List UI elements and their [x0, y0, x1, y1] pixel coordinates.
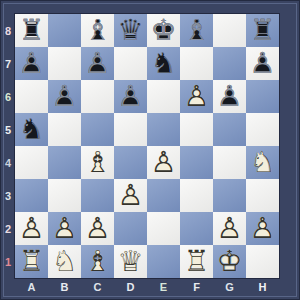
square-g1[interactable]: ♚♔ — [213, 245, 246, 278]
piece-black-rook-h8[interactable]: ♜♖ — [246, 14, 279, 47]
square-e7[interactable]: ♞♘ — [147, 47, 180, 80]
square-e8[interactable]: ♚♔ — [147, 14, 180, 47]
piece-black-bishop-c8[interactable]: ♝♗ — [81, 14, 114, 47]
piece-glyph-line: ♙ — [48, 80, 81, 113]
square-g8[interactable] — [213, 14, 246, 47]
piece-glyph-line: ♖ — [180, 245, 213, 278]
board: ♜♖♝♗♛♕♚♔♝♗♜♖♟♙♟♙♞♘♟♙♟♙♟♙♟♙♟♙♞♘♝♗♟♙♞♘♟♙♟♙… — [15, 14, 279, 278]
square-h3[interactable] — [246, 179, 279, 212]
square-a3[interactable] — [15, 179, 48, 212]
square-b6[interactable]: ♟♙ — [48, 80, 81, 113]
square-c3[interactable] — [81, 179, 114, 212]
file-label-c: C — [81, 279, 114, 296]
rank-label-5: 5 — [1, 113, 15, 146]
piece-black-knight-a5[interactable]: ♞♘ — [15, 113, 48, 146]
rank-labels: 87654321 — [1, 14, 15, 278]
piece-glyph-line: ♘ — [147, 47, 180, 80]
square-h6[interactable] — [246, 80, 279, 113]
piece-glyph-line: ♙ — [147, 146, 180, 179]
file-label-d: D — [114, 279, 147, 296]
chess-board-panel: 87654321 ♜♖♝♗♛♕♚♔♝♗♜♖♟♙♟♙♞♘♟♙♟♙♟♙♟♙♟♙♞♘♝… — [0, 0, 300, 300]
rank-label-8: 8 — [1, 14, 15, 47]
piece-white-pawn-d3[interactable]: ♟♙ — [114, 179, 147, 212]
piece-glyph-line: ♙ — [114, 80, 147, 113]
piece-black-rook-a8[interactable]: ♜♖ — [15, 14, 48, 47]
piece-glyph-line: ♗ — [81, 245, 114, 278]
square-b7[interactable] — [48, 47, 81, 80]
piece-black-pawn-h7[interactable]: ♟♙ — [246, 47, 279, 80]
square-d5[interactable] — [114, 113, 147, 146]
square-c2[interactable]: ♟♙ — [81, 212, 114, 245]
piece-white-king-g1[interactable]: ♚♔ — [213, 245, 246, 278]
square-b8[interactable] — [48, 14, 81, 47]
square-e6[interactable] — [147, 80, 180, 113]
piece-glyph-line: ♙ — [180, 80, 213, 113]
square-b5[interactable] — [48, 113, 81, 146]
piece-glyph-line: ♔ — [147, 14, 180, 47]
square-f1[interactable]: ♜♖ — [180, 245, 213, 278]
piece-white-queen-d1[interactable]: ♛♕ — [114, 245, 147, 278]
file-label-b: B — [48, 279, 81, 296]
square-a7[interactable]: ♟♙ — [15, 47, 48, 80]
piece-white-pawn-f6[interactable]: ♟♙ — [180, 80, 213, 113]
piece-white-knight-h4[interactable]: ♞♘ — [246, 146, 279, 179]
square-c8[interactable]: ♝♗ — [81, 14, 114, 47]
square-h1[interactable] — [246, 245, 279, 278]
rank-label-4: 4 — [1, 146, 15, 179]
square-b4[interactable] — [48, 146, 81, 179]
square-d6[interactable]: ♟♙ — [114, 80, 147, 113]
piece-glyph-line: ♙ — [81, 212, 114, 245]
piece-white-pawn-g2[interactable]: ♟♙ — [213, 212, 246, 245]
square-c6[interactable] — [81, 80, 114, 113]
square-a8[interactable]: ♜♖ — [15, 14, 48, 47]
piece-glyph-line: ♕ — [114, 14, 147, 47]
piece-black-pawn-g6[interactable]: ♟♙ — [213, 80, 246, 113]
square-d2[interactable] — [114, 212, 147, 245]
square-g3[interactable] — [213, 179, 246, 212]
piece-glyph-line: ♖ — [15, 245, 48, 278]
piece-white-pawn-b2[interactable]: ♟♙ — [48, 212, 81, 245]
piece-white-rook-a1[interactable]: ♜♖ — [15, 245, 48, 278]
piece-white-pawn-e4[interactable]: ♟♙ — [147, 146, 180, 179]
square-g2[interactable]: ♟♙ — [213, 212, 246, 245]
piece-glyph-line: ♙ — [114, 179, 147, 212]
square-a1[interactable]: ♜♖ — [15, 245, 48, 278]
square-g5[interactable] — [213, 113, 246, 146]
square-c1[interactable]: ♝♗ — [81, 245, 114, 278]
rank-label-6: 6 — [1, 80, 15, 113]
square-a4[interactable] — [15, 146, 48, 179]
square-g4[interactable] — [213, 146, 246, 179]
square-c4[interactable]: ♝♗ — [81, 146, 114, 179]
piece-glyph-line: ♘ — [15, 113, 48, 146]
square-f2[interactable] — [180, 212, 213, 245]
square-e5[interactable] — [147, 113, 180, 146]
square-b1[interactable]: ♞♘ — [48, 245, 81, 278]
piece-glyph-line: ♙ — [213, 80, 246, 113]
piece-white-rook-f1[interactable]: ♜♖ — [180, 245, 213, 278]
square-b3[interactable] — [48, 179, 81, 212]
piece-black-pawn-c7[interactable]: ♟♙ — [81, 47, 114, 80]
square-h5[interactable] — [246, 113, 279, 146]
piece-glyph-line: ♙ — [213, 212, 246, 245]
piece-glyph-line: ♙ — [15, 47, 48, 80]
square-f8[interactable]: ♝♗ — [180, 14, 213, 47]
square-e2[interactable] — [147, 212, 180, 245]
square-f7[interactable] — [180, 47, 213, 80]
piece-white-knight-b1[interactable]: ♞♘ — [48, 245, 81, 278]
piece-white-pawn-c2[interactable]: ♟♙ — [81, 212, 114, 245]
square-f3[interactable] — [180, 179, 213, 212]
rank-label-3: 3 — [1, 179, 15, 212]
piece-black-bishop-f8[interactable]: ♝♗ — [180, 14, 213, 47]
square-d3[interactable]: ♟♙ — [114, 179, 147, 212]
rank-label-1: 1 — [1, 245, 15, 278]
piece-black-pawn-b6[interactable]: ♟♙ — [48, 80, 81, 113]
square-h8[interactable]: ♜♖ — [246, 14, 279, 47]
square-e1[interactable] — [147, 245, 180, 278]
file-label-f: F — [180, 279, 213, 296]
file-label-e: E — [147, 279, 180, 296]
square-c7[interactable]: ♟♙ — [81, 47, 114, 80]
piece-glyph-line: ♙ — [81, 47, 114, 80]
piece-white-pawn-a2[interactable]: ♟♙ — [15, 212, 48, 245]
piece-glyph-line: ♕ — [114, 245, 147, 278]
square-d7[interactable] — [114, 47, 147, 80]
square-h7[interactable]: ♟♙ — [246, 47, 279, 80]
piece-black-knight-e7[interactable]: ♞♘ — [147, 47, 180, 80]
piece-glyph-line: ♙ — [15, 212, 48, 245]
square-e3[interactable] — [147, 179, 180, 212]
rank-label-7: 7 — [1, 47, 15, 80]
piece-black-queen-d8[interactable]: ♛♕ — [114, 14, 147, 47]
piece-glyph-line: ♔ — [213, 245, 246, 278]
square-d8[interactable]: ♛♕ — [114, 14, 147, 47]
square-a6[interactable] — [15, 80, 48, 113]
piece-white-bishop-c1[interactable]: ♝♗ — [81, 245, 114, 278]
piece-glyph-line: ♗ — [81, 146, 114, 179]
square-a5[interactable]: ♞♘ — [15, 113, 48, 146]
piece-white-pawn-h2[interactable]: ♟♙ — [246, 212, 279, 245]
piece-black-king-e8[interactable]: ♚♔ — [147, 14, 180, 47]
piece-white-bishop-c4[interactable]: ♝♗ — [81, 146, 114, 179]
piece-glyph-line: ♙ — [246, 212, 279, 245]
file-label-a: A — [15, 279, 48, 296]
piece-glyph-line: ♗ — [180, 14, 213, 47]
piece-black-pawn-a7[interactable]: ♟♙ — [15, 47, 48, 80]
square-f6[interactable]: ♟♙ — [180, 80, 213, 113]
square-d1[interactable]: ♛♕ — [114, 245, 147, 278]
square-h4[interactable]: ♞♘ — [246, 146, 279, 179]
square-f5[interactable] — [180, 113, 213, 146]
piece-glyph-line: ♙ — [246, 47, 279, 80]
square-a2[interactable]: ♟♙ — [15, 212, 48, 245]
piece-glyph-line: ♖ — [246, 14, 279, 47]
file-label-g: G — [213, 279, 246, 296]
file-label-h: H — [246, 279, 279, 296]
piece-glyph-line: ♗ — [81, 14, 114, 47]
piece-glyph-line: ♙ — [48, 212, 81, 245]
square-f4[interactable] — [180, 146, 213, 179]
square-b2[interactable]: ♟♙ — [48, 212, 81, 245]
rank-label-2: 2 — [1, 212, 15, 245]
piece-black-pawn-d6[interactable]: ♟♙ — [114, 80, 147, 113]
square-g6[interactable]: ♟♙ — [213, 80, 246, 113]
square-d4[interactable] — [114, 146, 147, 179]
piece-glyph-line: ♘ — [246, 146, 279, 179]
square-e4[interactable]: ♟♙ — [147, 146, 180, 179]
file-labels: ABCDEFGH — [15, 279, 279, 296]
piece-glyph-line: ♘ — [48, 245, 81, 278]
square-c5[interactable] — [81, 113, 114, 146]
piece-glyph-line: ♖ — [15, 14, 48, 47]
square-h2[interactable]: ♟♙ — [246, 212, 279, 245]
square-g7[interactable] — [213, 47, 246, 80]
